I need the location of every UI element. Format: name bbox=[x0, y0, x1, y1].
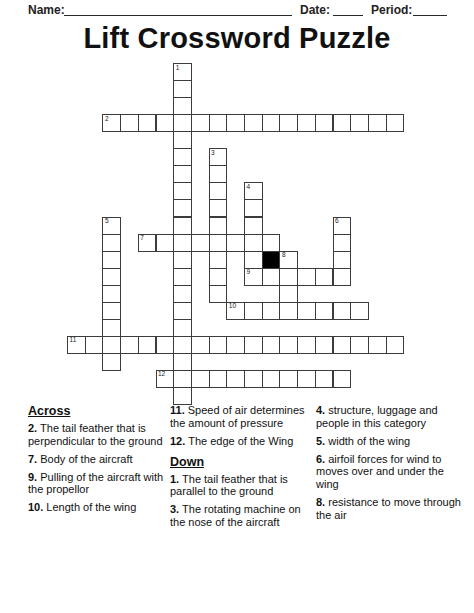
grid-cell[interactable] bbox=[226, 234, 245, 252]
clue-text: structure, luggage and people in this ca… bbox=[316, 404, 438, 429]
clue-across-9: 9. Pulling of the aircraft with the prop… bbox=[28, 471, 168, 497]
grid-cell[interactable] bbox=[173, 114, 192, 132]
grid-cell[interactable] bbox=[102, 234, 121, 252]
clue-number: 7. bbox=[28, 453, 37, 465]
grid-cell[interactable] bbox=[333, 234, 352, 252]
grid-cell[interactable] bbox=[209, 217, 228, 235]
grid-cell[interactable] bbox=[191, 114, 210, 132]
grid-cell[interactable] bbox=[173, 131, 192, 149]
grid-cell[interactable] bbox=[209, 234, 228, 252]
grid-cell[interactable] bbox=[262, 336, 281, 354]
cell-number: 12 bbox=[158, 371, 165, 378]
grid-cell[interactable] bbox=[279, 370, 298, 388]
clue-number: 8. bbox=[316, 496, 325, 508]
grid-cell[interactable] bbox=[333, 370, 352, 388]
clue-column-right: 4. structure, luggage and people in this… bbox=[316, 404, 466, 527]
grid-cell[interactable] bbox=[244, 234, 263, 252]
grid-cell[interactable] bbox=[102, 268, 121, 286]
grid-cell[interactable] bbox=[226, 114, 245, 132]
black-cell bbox=[262, 251, 281, 269]
grid-cell[interactable] bbox=[138, 114, 157, 132]
date-label: Date: bbox=[300, 3, 330, 17]
clue-number: 11. bbox=[170, 404, 185, 416]
clue-number: 10. bbox=[28, 501, 43, 513]
grid-cell[interactable] bbox=[333, 302, 352, 320]
grid-cell[interactable]: 5 bbox=[102, 217, 121, 235]
grid-cell[interactable] bbox=[102, 336, 121, 354]
clue-down-1: 1. The tail feather that is parallel to … bbox=[170, 473, 308, 499]
grid-cell[interactable] bbox=[386, 336, 405, 354]
grid-cell[interactable] bbox=[173, 387, 192, 405]
cell-number: 1 bbox=[176, 65, 180, 72]
grid-cell[interactable] bbox=[279, 336, 298, 354]
grid-cell[interactable] bbox=[262, 370, 281, 388]
clue-across-10: 10. Length of the wing bbox=[28, 501, 168, 514]
grid-cell[interactable] bbox=[226, 336, 245, 354]
clue-down-3: 3. The rotating machine on the nose of t… bbox=[170, 503, 308, 529]
grid-cell[interactable] bbox=[368, 336, 387, 354]
grid-cell[interactable] bbox=[173, 80, 192, 98]
clue-number: 2. bbox=[28, 422, 37, 434]
clue-text: Pulling of the aircraft with the propell… bbox=[28, 471, 163, 496]
name-label: Name: bbox=[28, 3, 65, 17]
grid-cell[interactable] bbox=[209, 370, 228, 388]
grid-cell[interactable] bbox=[173, 319, 192, 337]
cell-number: 10 bbox=[229, 303, 236, 310]
cell-number: 5 bbox=[105, 218, 109, 225]
name-blank-line[interactable] bbox=[64, 15, 292, 16]
grid-cell[interactable] bbox=[386, 114, 405, 132]
grid-cell[interactable]: 4 bbox=[244, 182, 263, 200]
clue-number: 4. bbox=[316, 404, 325, 416]
grid-cell[interactable] bbox=[173, 353, 192, 371]
down-header: Down bbox=[170, 455, 308, 469]
grid-cell[interactable] bbox=[244, 114, 263, 132]
grid-cell[interactable] bbox=[244, 302, 263, 320]
grid-cell[interactable] bbox=[209, 336, 228, 354]
grid-cell[interactable] bbox=[85, 336, 104, 354]
grid-cell[interactable] bbox=[333, 336, 352, 354]
grid-cell[interactable] bbox=[173, 268, 192, 286]
page-title: Lift Crossword Puzzle bbox=[0, 22, 474, 55]
grid-cell[interactable] bbox=[315, 302, 334, 320]
grid-cell[interactable] bbox=[173, 97, 192, 115]
clue-across-2: 2. The tail feather that is perpendicula… bbox=[28, 422, 168, 448]
grid-cell[interactable] bbox=[333, 114, 352, 132]
clue-column-middle: 11. Speed of air determines the amount o… bbox=[170, 404, 308, 534]
clue-down-4: 4. structure, luggage and people in this… bbox=[316, 404, 466, 430]
grid-cell[interactable] bbox=[173, 217, 192, 235]
cell-number: 2 bbox=[105, 116, 109, 123]
grid-cell[interactable] bbox=[297, 302, 316, 320]
grid-cell[interactable] bbox=[173, 199, 192, 217]
clue-number: 5. bbox=[316, 435, 325, 447]
clue-across-12: 12. The edge of the Wing bbox=[170, 435, 308, 448]
clue-across-11: 11. Speed of air determines the amount o… bbox=[170, 404, 308, 430]
clue-text: Length of the wing bbox=[46, 501, 136, 513]
grid-cell[interactable] bbox=[209, 182, 228, 200]
grid-cell[interactable] bbox=[279, 302, 298, 320]
cell-number: 4 bbox=[247, 184, 251, 191]
grid-cell[interactable] bbox=[173, 285, 192, 303]
grid-cell[interactable] bbox=[173, 370, 192, 388]
grid-cell[interactable] bbox=[333, 268, 352, 286]
grid-cell[interactable] bbox=[173, 302, 192, 320]
grid-cell[interactable] bbox=[262, 234, 281, 252]
clue-down-8: 8. resistance to move through the air bbox=[316, 496, 466, 522]
grid-cell[interactable] bbox=[244, 336, 263, 354]
date-blank-line[interactable] bbox=[333, 15, 363, 16]
grid-cell[interactable] bbox=[226, 370, 245, 388]
grid-cell[interactable] bbox=[138, 336, 157, 354]
clue-down-5: 5. width of the wing bbox=[316, 435, 466, 448]
grid-cell[interactable]: 6 bbox=[333, 217, 352, 235]
grid-cell[interactable]: 11 bbox=[67, 336, 86, 354]
grid-cell[interactable]: 3 bbox=[209, 148, 228, 166]
grid-cell[interactable] bbox=[350, 336, 369, 354]
grid-cell[interactable] bbox=[102, 302, 121, 320]
grid-cell[interactable] bbox=[279, 114, 298, 132]
cell-number: 3 bbox=[211, 150, 215, 157]
grid-cell[interactable]: 2 bbox=[102, 114, 121, 132]
grid-cell[interactable] bbox=[209, 165, 228, 183]
period-label: Period: bbox=[371, 3, 412, 17]
grid-cell[interactable] bbox=[297, 370, 316, 388]
clue-text: Speed of air determines the amount of pr… bbox=[170, 404, 305, 429]
worksheet-page: Name: Date: Period: Lift Crossword Puzzl… bbox=[0, 0, 474, 613]
grid-cell[interactable] bbox=[262, 114, 281, 132]
grid-cell[interactable] bbox=[209, 199, 228, 217]
cell-number: 11 bbox=[70, 337, 77, 344]
grid-cell[interactable] bbox=[244, 217, 263, 235]
grid-cell[interactable] bbox=[297, 268, 316, 286]
grid-cell[interactable] bbox=[209, 268, 228, 286]
grid-cell[interactable] bbox=[120, 114, 139, 132]
grid-cell[interactable] bbox=[279, 285, 298, 303]
grid-cell[interactable] bbox=[350, 114, 369, 132]
clue-column-left: Across 2. The tail feather that is perpe… bbox=[28, 404, 168, 519]
grid-cell[interactable] bbox=[209, 285, 228, 303]
grid-cell[interactable] bbox=[209, 251, 228, 269]
grid-cell[interactable] bbox=[315, 370, 334, 388]
grid-cell[interactable] bbox=[102, 251, 121, 269]
grid-cell[interactable] bbox=[120, 336, 139, 354]
grid-cell[interactable] bbox=[173, 234, 192, 252]
grid-cell[interactable] bbox=[102, 285, 121, 303]
clue-text: The edge of the Wing bbox=[188, 435, 293, 447]
grid-cell[interactable]: 8 bbox=[279, 251, 298, 269]
cell-number: 6 bbox=[335, 218, 339, 225]
clue-text: The tail feather that is perpendicular t… bbox=[28, 422, 163, 447]
grid-cell[interactable] bbox=[156, 114, 175, 132]
clue-number: 3. bbox=[170, 503, 179, 515]
grid-cell[interactable] bbox=[156, 336, 175, 354]
grid-cell[interactable] bbox=[173, 336, 192, 354]
cell-number: 7 bbox=[140, 235, 144, 242]
cell-number: 9 bbox=[247, 269, 251, 276]
grid-cell[interactable] bbox=[350, 302, 369, 320]
clue-across-7: 7. Body of the aircraft bbox=[28, 453, 168, 466]
grid-cell[interactable] bbox=[315, 336, 334, 354]
grid-cell[interactable] bbox=[191, 370, 210, 388]
grid-cell[interactable]: 10 bbox=[226, 302, 245, 320]
grid-cell[interactable] bbox=[244, 199, 263, 217]
grid-cell[interactable] bbox=[209, 114, 228, 132]
clue-text: width of the wing bbox=[328, 435, 410, 447]
grid-cell[interactable] bbox=[297, 114, 316, 132]
grid-cell[interactable] bbox=[173, 182, 192, 200]
clue-number: 1. bbox=[170, 473, 179, 485]
grid-cell[interactable] bbox=[191, 234, 210, 252]
grid-cell[interactable] bbox=[156, 234, 175, 252]
grid-cell[interactable] bbox=[173, 165, 192, 183]
crossword-grid: 123456789101112 bbox=[67, 63, 405, 406]
clue-text: The rotating machine on the nose of the … bbox=[170, 503, 301, 528]
grid-cell[interactable]: 9 bbox=[244, 268, 263, 286]
grid-cell[interactable] bbox=[333, 251, 352, 269]
clue-text: Body of the aircraft bbox=[40, 453, 132, 465]
grid-cell[interactable] bbox=[191, 336, 210, 354]
grid-cell[interactable] bbox=[315, 114, 334, 132]
cell-number: 8 bbox=[282, 252, 286, 259]
clue-text: The tail feather that is parallel to the… bbox=[170, 473, 288, 498]
grid-cell[interactable]: 1 bbox=[173, 63, 192, 81]
grid-cell[interactable] bbox=[102, 353, 121, 371]
grid-cell[interactable] bbox=[368, 114, 387, 132]
grid-cell[interactable] bbox=[279, 268, 298, 286]
clue-text: resistance to move through the air bbox=[316, 496, 461, 521]
grid-cell[interactable] bbox=[262, 302, 281, 320]
clue-down-6: 6. airfoil forces for wind to moves over… bbox=[316, 453, 466, 492]
grid-cell[interactable] bbox=[315, 268, 334, 286]
clue-number: 9. bbox=[28, 471, 37, 483]
grid-cell[interactable] bbox=[173, 251, 192, 269]
grid-cell[interactable] bbox=[173, 148, 192, 166]
grid-cell[interactable] bbox=[297, 336, 316, 354]
clue-number: 6. bbox=[316, 453, 325, 465]
clue-number: 12. bbox=[170, 435, 185, 447]
grid-cell[interactable]: 12 bbox=[156, 370, 175, 388]
grid-cell[interactable] bbox=[102, 319, 121, 337]
clue-text: airfoil forces for wind to moves over an… bbox=[316, 453, 444, 491]
grid-cell[interactable] bbox=[262, 268, 281, 286]
grid-cell[interactable] bbox=[244, 370, 263, 388]
period-blank-line[interactable] bbox=[413, 15, 447, 16]
grid-cell[interactable] bbox=[244, 251, 263, 269]
across-header: Across bbox=[28, 404, 168, 418]
grid-cell[interactable]: 7 bbox=[138, 234, 157, 252]
